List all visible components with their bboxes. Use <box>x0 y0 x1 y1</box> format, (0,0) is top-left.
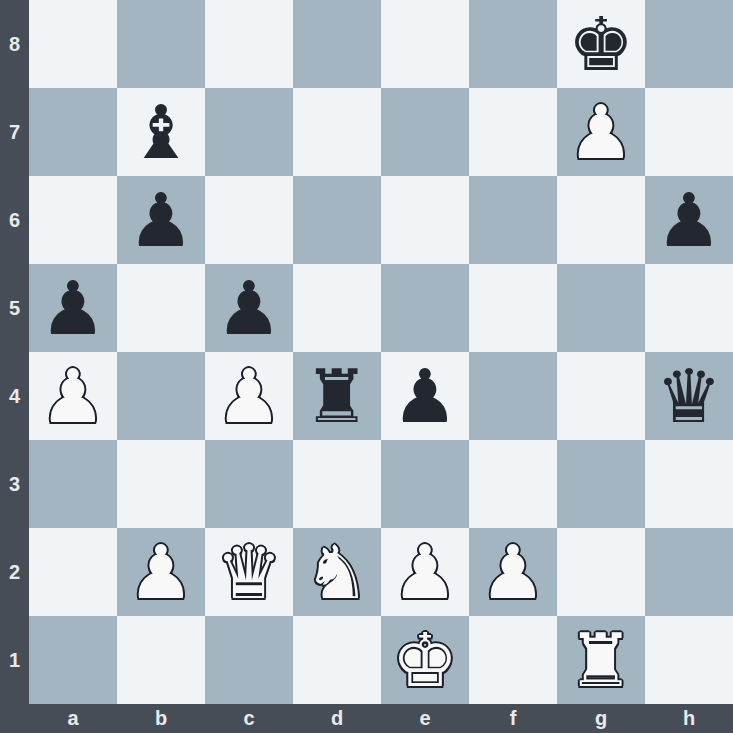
square-h6[interactable]: ♟ <box>645 176 733 264</box>
square-f4[interactable] <box>469 352 557 440</box>
piece-white-pawn[interactable]: ♟ <box>128 528 194 616</box>
file-label-d: d <box>293 704 381 733</box>
square-d2[interactable]: ♞ <box>293 528 381 616</box>
square-f2[interactable]: ♟ <box>469 528 557 616</box>
square-e2[interactable]: ♟ <box>381 528 469 616</box>
piece-black-pawn[interactable]: ♟ <box>216 264 282 352</box>
square-g8[interactable]: ♚ <box>557 0 645 88</box>
square-a6[interactable] <box>29 176 117 264</box>
square-d7[interactable] <box>293 88 381 176</box>
square-g7[interactable]: ♟ <box>557 88 645 176</box>
square-e7[interactable] <box>381 88 469 176</box>
square-g6[interactable] <box>557 176 645 264</box>
chess-board-frame: 87654321 ♚♝♟♟♟♟♟♟♟♜♟♛♟♛♞♟♟♚♜ abcdefgh <box>0 0 733 733</box>
square-e8[interactable] <box>381 0 469 88</box>
square-a2[interactable] <box>29 528 117 616</box>
rank-label-7: 7 <box>0 88 29 176</box>
piece-white-knight[interactable]: ♞ <box>304 528 370 616</box>
square-b2[interactable]: ♟ <box>117 528 205 616</box>
square-f7[interactable] <box>469 88 557 176</box>
square-h4[interactable]: ♛ <box>645 352 733 440</box>
square-e5[interactable] <box>381 264 469 352</box>
file-label-b: b <box>117 704 205 733</box>
square-g2[interactable] <box>557 528 645 616</box>
piece-black-pawn[interactable]: ♟ <box>40 264 106 352</box>
file-label-c: c <box>205 704 293 733</box>
piece-white-pawn[interactable]: ♟ <box>480 528 546 616</box>
square-d5[interactable] <box>293 264 381 352</box>
piece-white-pawn[interactable]: ♟ <box>392 528 458 616</box>
file-label-g: g <box>557 704 645 733</box>
square-b6[interactable]: ♟ <box>117 176 205 264</box>
file-labels: abcdefgh <box>29 704 733 733</box>
rank-labels: 87654321 <box>0 0 29 704</box>
square-e1[interactable]: ♚ <box>381 616 469 704</box>
square-f6[interactable] <box>469 176 557 264</box>
piece-black-pawn[interactable]: ♟ <box>656 176 722 264</box>
rank-label-8: 8 <box>0 0 29 88</box>
piece-black-bishop[interactable]: ♝ <box>128 88 194 176</box>
square-b5[interactable] <box>117 264 205 352</box>
piece-black-pawn[interactable]: ♟ <box>392 352 458 440</box>
square-f8[interactable] <box>469 0 557 88</box>
piece-white-pawn[interactable]: ♟ <box>216 352 282 440</box>
square-a4[interactable]: ♟ <box>29 352 117 440</box>
piece-black-rook[interactable]: ♜ <box>304 352 370 440</box>
rank-label-3: 3 <box>0 440 29 528</box>
square-b7[interactable]: ♝ <box>117 88 205 176</box>
square-c3[interactable] <box>205 440 293 528</box>
square-f1[interactable] <box>469 616 557 704</box>
square-a8[interactable] <box>29 0 117 88</box>
square-h2[interactable] <box>645 528 733 616</box>
piece-white-pawn[interactable]: ♟ <box>568 88 634 176</box>
square-h5[interactable] <box>645 264 733 352</box>
rank-label-4: 4 <box>0 352 29 440</box>
chess-board: ♚♝♟♟♟♟♟♟♟♜♟♛♟♛♞♟♟♚♜ <box>29 0 733 704</box>
square-c2[interactable]: ♛ <box>205 528 293 616</box>
square-a3[interactable] <box>29 440 117 528</box>
square-b8[interactable] <box>117 0 205 88</box>
file-label-e: e <box>381 704 469 733</box>
rank-label-2: 2 <box>0 528 29 616</box>
square-c4[interactable]: ♟ <box>205 352 293 440</box>
piece-white-king[interactable]: ♚ <box>392 616 458 704</box>
piece-black-king[interactable]: ♚ <box>568 0 634 88</box>
square-e4[interactable]: ♟ <box>381 352 469 440</box>
square-a7[interactable] <box>29 88 117 176</box>
file-label-f: f <box>469 704 557 733</box>
square-h8[interactable] <box>645 0 733 88</box>
square-d8[interactable] <box>293 0 381 88</box>
square-b4[interactable] <box>117 352 205 440</box>
square-h7[interactable] <box>645 88 733 176</box>
square-g5[interactable] <box>557 264 645 352</box>
square-g1[interactable]: ♜ <box>557 616 645 704</box>
square-e3[interactable] <box>381 440 469 528</box>
square-e6[interactable] <box>381 176 469 264</box>
square-f3[interactable] <box>469 440 557 528</box>
square-d1[interactable] <box>293 616 381 704</box>
square-d3[interactable] <box>293 440 381 528</box>
square-d4[interactable]: ♜ <box>293 352 381 440</box>
rank-label-6: 6 <box>0 176 29 264</box>
rank-label-5: 5 <box>0 264 29 352</box>
square-g3[interactable] <box>557 440 645 528</box>
piece-black-pawn[interactable]: ♟ <box>128 176 194 264</box>
file-label-h: h <box>645 704 733 733</box>
square-f5[interactable] <box>469 264 557 352</box>
square-c1[interactable] <box>205 616 293 704</box>
piece-white-pawn[interactable]: ♟ <box>40 352 106 440</box>
square-c6[interactable] <box>205 176 293 264</box>
piece-black-queen[interactable]: ♛ <box>656 352 722 440</box>
square-c7[interactable] <box>205 88 293 176</box>
square-h1[interactable] <box>645 616 733 704</box>
square-a5[interactable]: ♟ <box>29 264 117 352</box>
square-c5[interactable]: ♟ <box>205 264 293 352</box>
square-c8[interactable] <box>205 0 293 88</box>
square-g4[interactable] <box>557 352 645 440</box>
square-b3[interactable] <box>117 440 205 528</box>
rank-label-1: 1 <box>0 616 29 704</box>
square-h3[interactable] <box>645 440 733 528</box>
square-d6[interactable] <box>293 176 381 264</box>
piece-white-rook[interactable]: ♜ <box>568 616 634 704</box>
file-label-a: a <box>29 704 117 733</box>
square-a1[interactable] <box>29 616 117 704</box>
square-b1[interactable] <box>117 616 205 704</box>
piece-white-queen[interactable]: ♛ <box>216 528 282 616</box>
